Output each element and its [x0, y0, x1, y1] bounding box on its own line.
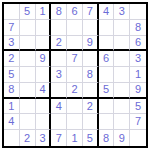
cell-r4c6-empty[interactable]: [83, 51, 99, 67]
cell-r4c4-empty[interactable]: [51, 51, 67, 67]
cell-r3c4-given[interactable]: 2: [51, 36, 67, 52]
cell-r1c3-given[interactable]: 1: [36, 4, 52, 20]
cell-r9c6-given[interactable]: 5: [83, 130, 99, 146]
cell-r2c6-empty[interactable]: [83, 20, 99, 36]
cell-r5c1-given[interactable]: 5: [4, 67, 20, 83]
cell-r6c7-given[interactable]: 5: [99, 83, 115, 99]
cell-r1c9-empty[interactable]: [130, 4, 146, 20]
cell-r3c7-empty[interactable]: [99, 36, 115, 52]
cell-r8c3-empty[interactable]: [36, 114, 52, 130]
cell-r8c6-empty[interactable]: [83, 114, 99, 130]
cell-r7c8-empty[interactable]: [114, 99, 130, 115]
cell-r5c4-given[interactable]: 3: [51, 67, 67, 83]
cell-r7c1-given[interactable]: 1: [4, 99, 20, 115]
cell-r4c1-given[interactable]: 2: [4, 51, 20, 67]
cell-r7c6-given[interactable]: 2: [83, 99, 99, 115]
cell-r9c7-given[interactable]: 8: [99, 130, 115, 146]
cell-r5c3-empty[interactable]: [36, 67, 52, 83]
cell-r7c5-empty[interactable]: [67, 99, 83, 115]
cell-r3c1-given[interactable]: 3: [4, 36, 20, 52]
cell-r6c3-given[interactable]: 4: [36, 83, 52, 99]
cell-r3c8-empty[interactable]: [114, 36, 130, 52]
cell-r1c6-given[interactable]: 7: [83, 4, 99, 20]
cell-r4c7-given[interactable]: 6: [99, 51, 115, 67]
cell-r2c9-given[interactable]: 8: [130, 20, 146, 36]
cell-r8c1-given[interactable]: 4: [4, 114, 20, 130]
cell-r2c3-empty[interactable]: [36, 20, 52, 36]
cell-r5c6-given[interactable]: 8: [83, 67, 99, 83]
cell-r6c4-empty[interactable]: [51, 83, 67, 99]
cell-r7c7-empty[interactable]: [99, 99, 115, 115]
cell-r6c2-empty[interactable]: [20, 83, 36, 99]
cell-r1c2-given[interactable]: 5: [20, 4, 36, 20]
cell-r2c8-empty[interactable]: [114, 20, 130, 36]
cell-r9c2-given[interactable]: 2: [20, 130, 36, 146]
cell-r3c3-empty[interactable]: [36, 36, 52, 52]
cell-r5c8-empty[interactable]: [114, 67, 130, 83]
cell-r7c2-empty[interactable]: [20, 99, 36, 115]
cell-r1c8-given[interactable]: 3: [114, 4, 130, 20]
cell-r4c2-empty[interactable]: [20, 51, 36, 67]
cell-r7c4-given[interactable]: 4: [51, 99, 67, 115]
cell-r4c8-empty[interactable]: [114, 51, 130, 67]
cell-r2c7-empty[interactable]: [99, 20, 115, 36]
cell-r8c2-empty[interactable]: [20, 114, 36, 130]
cell-r9c8-given[interactable]: 9: [114, 130, 130, 146]
cell-r8c4-empty[interactable]: [51, 114, 67, 130]
cell-r9c1-empty[interactable]: [4, 130, 20, 146]
cell-r8c8-empty[interactable]: [114, 114, 130, 130]
cell-r2c2-empty[interactable]: [20, 20, 36, 36]
cell-r1c7-given[interactable]: 4: [99, 4, 115, 20]
cell-r3c5-empty[interactable]: [67, 36, 83, 52]
cell-r1c4-given[interactable]: 8: [51, 4, 67, 20]
sudoku-board: 5186743783296297635381842591425472371589: [2, 2, 148, 148]
cell-r9c9-empty[interactable]: [130, 130, 146, 146]
cell-r5c5-empty[interactable]: [67, 67, 83, 83]
cell-r5c9-given[interactable]: 1: [130, 67, 146, 83]
cell-r6c9-given[interactable]: 9: [130, 83, 146, 99]
cell-r2c5-empty[interactable]: [67, 20, 83, 36]
cell-r3c2-empty[interactable]: [20, 36, 36, 52]
cell-r6c6-empty[interactable]: [83, 83, 99, 99]
cell-r9c3-given[interactable]: 3: [36, 130, 52, 146]
cell-r8c7-empty[interactable]: [99, 114, 115, 130]
cell-r5c7-empty[interactable]: [99, 67, 115, 83]
cell-r5c2-empty[interactable]: [20, 67, 36, 83]
cell-r2c4-empty[interactable]: [51, 20, 67, 36]
cell-r8c5-empty[interactable]: [67, 114, 83, 130]
cell-r7c9-given[interactable]: 5: [130, 99, 146, 115]
cell-r3c9-given[interactable]: 6: [130, 36, 146, 52]
cell-r9c5-given[interactable]: 1: [67, 130, 83, 146]
cell-r2c1-given[interactable]: 7: [4, 20, 20, 36]
cell-r7c3-empty[interactable]: [36, 99, 52, 115]
cell-r6c8-empty[interactable]: [114, 83, 130, 99]
cell-r4c5-given[interactable]: 7: [67, 51, 83, 67]
cell-r4c3-given[interactable]: 9: [36, 51, 52, 67]
cell-r6c5-given[interactable]: 2: [67, 83, 83, 99]
cell-r1c1-empty[interactable]: [4, 4, 20, 20]
cell-r1c5-given[interactable]: 6: [67, 4, 83, 20]
cell-r9c4-given[interactable]: 7: [51, 130, 67, 146]
cell-r8c9-given[interactable]: 7: [130, 114, 146, 130]
cell-r4c9-given[interactable]: 3: [130, 51, 146, 67]
cell-r6c1-given[interactable]: 8: [4, 83, 20, 99]
cell-r3c6-given[interactable]: 9: [83, 36, 99, 52]
